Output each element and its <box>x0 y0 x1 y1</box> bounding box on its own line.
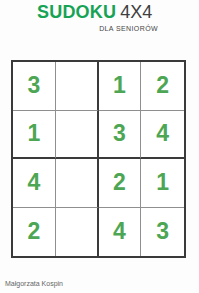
sudoku-cell-r1c2[interactable] <box>56 62 99 111</box>
sudoku-cell-r2c2[interactable] <box>56 111 99 160</box>
book-page: SUDOKU 4X4 DLA SENIORÓW 3 1 2 1 3 4 4 2 … <box>0 0 199 293</box>
sudoku-cell-r2c4: 4 <box>141 111 184 160</box>
sudoku-cell-r2c1: 1 <box>13 111 56 160</box>
page-title: SUDOKU 4X4 <box>37 2 158 23</box>
title-4x4: 4X4 <box>120 2 152 23</box>
sudoku-cell-r4c1: 2 <box>13 208 56 257</box>
sudoku-cell-r4c2[interactable] <box>56 208 99 257</box>
sudoku-cell-r1c3: 1 <box>99 62 142 111</box>
subtitle-dla-seniorow: DLA SENIORÓW <box>37 25 158 32</box>
header: SUDOKU 4X4 DLA SENIORÓW <box>37 2 158 32</box>
sudoku-cell-r3c4: 1 <box>141 159 184 208</box>
sudoku-cell-r2c3: 3 <box>99 111 142 160</box>
sudoku-cell-r1c1: 3 <box>13 62 56 111</box>
sudoku-cell-r1c4: 2 <box>141 62 184 111</box>
sudoku-cell-r3c1: 4 <box>13 159 56 208</box>
sudoku-board: 3 1 2 1 3 4 4 2 1 2 4 3 <box>11 60 186 258</box>
author-name: Małgorzata Kospin <box>5 280 63 287</box>
sudoku-cell-r3c3: 2 <box>99 159 142 208</box>
sudoku-cell-r3c2[interactable] <box>56 159 99 208</box>
title-sudoku: SUDOKU <box>37 2 116 23</box>
sudoku-cell-r4c3: 4 <box>99 208 142 257</box>
sudoku-cell-r4c4: 3 <box>141 208 184 257</box>
